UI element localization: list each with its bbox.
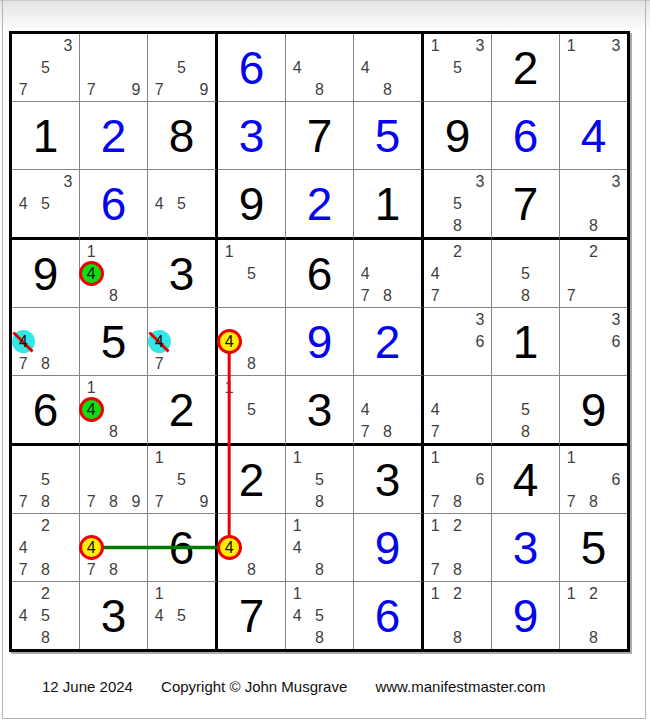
candidate-4[interactable]: 4 xyxy=(80,262,103,285)
sudoku-board: 3577957964848135213128375964345645921358… xyxy=(9,31,630,652)
footer-date: 12 June 2024 xyxy=(42,678,133,695)
footer-copyright: Copyright © John Musgrave xyxy=(161,678,347,695)
solver-window: 3577957964848135213128375964345645921358… xyxy=(0,0,650,720)
footer: 12 June 2024 Copyright © John Musgrave w… xyxy=(42,678,569,695)
candidate-4[interactable]: 4 xyxy=(80,536,103,559)
candidate-4[interactable]: 4 xyxy=(80,398,103,421)
window-header xyxy=(0,0,650,28)
chain-lines-overlay xyxy=(12,34,627,649)
footer-website: www.manifestmaster.com xyxy=(375,678,545,695)
candidate-4[interactable]: 4 xyxy=(218,536,241,559)
candidate-4[interactable]: 4 xyxy=(148,330,171,353)
candidate-4[interactable]: 4 xyxy=(218,330,241,353)
candidate-4[interactable]: 4 xyxy=(12,330,35,353)
